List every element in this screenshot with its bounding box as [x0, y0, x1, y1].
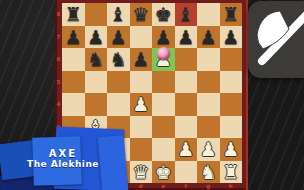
- square-c8[interactable]: ♝: [107, 3, 130, 26]
- square-f2[interactable]: ♟: [175, 138, 198, 161]
- title-banner: AXE The Alekhine: [0, 126, 170, 190]
- square-e7[interactable]: ♟: [152, 26, 175, 49]
- square-g4[interactable]: [197, 93, 220, 116]
- square-g8[interactable]: [197, 3, 220, 26]
- square-f6[interactable]: [175, 48, 198, 71]
- square-d7[interactable]: [130, 26, 153, 49]
- square-b7[interactable]: ♟: [85, 26, 108, 49]
- piece-white-pawn[interactable]: ♟: [220, 138, 243, 161]
- banner-text: AXE The Alekhine: [8, 148, 118, 170]
- banner-subtitle: The Alekhine: [8, 159, 118, 170]
- square-e6[interactable]: ♟: [152, 48, 175, 71]
- square-d4[interactable]: ♟: [130, 93, 153, 116]
- piece-white-rook[interactable]: ♜: [220, 161, 243, 184]
- square-h5[interactable]: [220, 71, 243, 94]
- square-e5[interactable]: [152, 71, 175, 94]
- square-a7[interactable]: ♟: [62, 26, 85, 49]
- piece-white-pawn[interactable]: ♟: [130, 93, 153, 116]
- square-b6[interactable]: ♞: [85, 48, 108, 71]
- square-h2[interactable]: ♟: [220, 138, 243, 161]
- square-b4[interactable]: [85, 93, 108, 116]
- piece-white-pawn[interactable]: ♟: [175, 138, 198, 161]
- square-a8[interactable]: ♜: [62, 3, 85, 26]
- piece-black-pawn[interactable]: ♟: [107, 26, 130, 49]
- square-g5[interactable]: [197, 71, 220, 94]
- piece-white-pawn[interactable]: ♟: [197, 138, 220, 161]
- move-badge-icon: [157, 47, 170, 60]
- square-h4[interactable]: [220, 93, 243, 116]
- square-h1[interactable]: ♜: [220, 161, 243, 184]
- square-d5[interactable]: [130, 71, 153, 94]
- piece-black-pawn[interactable]: ♟: [152, 26, 175, 49]
- square-d6[interactable]: ♟: [130, 48, 153, 71]
- banner-title: AXE: [8, 148, 118, 159]
- square-f4[interactable]: [175, 93, 198, 116]
- piece-black-pawn[interactable]: ♟: [62, 26, 85, 49]
- piece-black-pawn[interactable]: ♟: [220, 26, 243, 49]
- square-a6[interactable]: [62, 48, 85, 71]
- piece-black-bishop[interactable]: ♝: [107, 3, 130, 26]
- square-a4[interactable]: [62, 93, 85, 116]
- square-h3[interactable]: [220, 116, 243, 139]
- file-label-f: f: [175, 183, 198, 190]
- square-a5[interactable]: [62, 71, 85, 94]
- piece-black-pawn[interactable]: ♟: [197, 26, 220, 49]
- square-e8[interactable]: ♚: [152, 3, 175, 26]
- file-label-h: h: [220, 183, 243, 190]
- square-c4[interactable]: [107, 93, 130, 116]
- square-c7[interactable]: ♟: [107, 26, 130, 49]
- square-f5[interactable]: [175, 71, 198, 94]
- piece-black-rook[interactable]: ♜: [220, 3, 243, 26]
- piece-black-queen[interactable]: ♛: [130, 3, 153, 26]
- square-g6[interactable]: [197, 48, 220, 71]
- piece-white-knight[interactable]: ♞: [197, 161, 220, 184]
- square-h8[interactable]: ♜: [220, 3, 243, 26]
- square-c5[interactable]: [107, 71, 130, 94]
- square-g3[interactable]: [197, 116, 220, 139]
- piece-black-king[interactable]: ♚: [152, 3, 175, 26]
- piece-black-knight[interactable]: ♞: [107, 48, 130, 71]
- square-b5[interactable]: [85, 71, 108, 94]
- piece-black-pawn[interactable]: ♟: [130, 48, 153, 71]
- piece-black-pawn[interactable]: ♟: [85, 26, 108, 49]
- piece-black-rook[interactable]: ♜: [62, 3, 85, 26]
- square-f3[interactable]: [175, 116, 198, 139]
- rank-label-5: 5: [55, 79, 62, 86]
- piece-black-knight[interactable]: ♞: [85, 48, 108, 71]
- piece-black-pawn[interactable]: ♟: [175, 26, 198, 49]
- square-f1[interactable]: [175, 161, 198, 184]
- square-d8[interactable]: ♛: [130, 3, 153, 26]
- square-c6[interactable]: ♞: [107, 48, 130, 71]
- square-f8[interactable]: ♝: [175, 3, 198, 26]
- square-g7[interactable]: ♟: [197, 26, 220, 49]
- square-h6[interactable]: [220, 48, 243, 71]
- rank-label-8: 8: [55, 11, 62, 18]
- axe-icon: [252, 5, 304, 75]
- rank-label-4: 4: [55, 101, 62, 108]
- square-f7[interactable]: ♟: [175, 26, 198, 49]
- square-e4[interactable]: [152, 93, 175, 116]
- axe-logo-tile: [248, 1, 304, 78]
- square-g2[interactable]: ♟: [197, 138, 220, 161]
- file-label-g: g: [197, 183, 220, 190]
- square-h7[interactable]: ♟: [220, 26, 243, 49]
- square-g1[interactable]: ♞: [197, 161, 220, 184]
- piece-black-bishop[interactable]: ♝: [175, 3, 198, 26]
- square-b8[interactable]: [85, 3, 108, 26]
- rank-label-6: 6: [55, 56, 62, 63]
- rank-label-7: 7: [55, 34, 62, 41]
